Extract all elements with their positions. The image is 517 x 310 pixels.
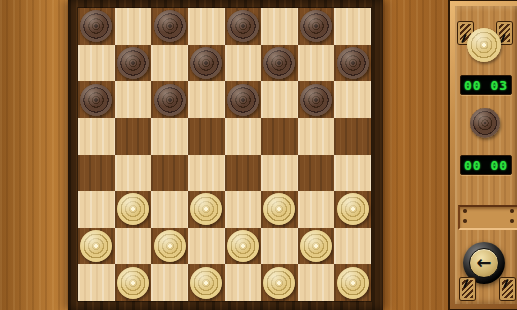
light-piece[interactable]	[227, 230, 259, 262]
square-g7[interactable]	[298, 45, 335, 82]
square-c3[interactable]	[151, 191, 188, 228]
light-piece[interactable]	[300, 230, 332, 262]
square-a3[interactable]	[78, 191, 115, 228]
dark-piece[interactable]	[337, 47, 369, 79]
light-piece[interactable]	[154, 230, 186, 262]
square-g8[interactable]	[298, 8, 335, 45]
square-h1[interactable]	[334, 264, 371, 301]
square-c6[interactable]	[151, 81, 188, 118]
dark-piece[interactable]	[117, 47, 149, 79]
square-b8[interactable]	[115, 8, 152, 45]
dark-piece[interactable]	[263, 47, 295, 79]
square-c7[interactable]	[151, 45, 188, 82]
light-piece[interactable]	[337, 193, 369, 225]
dark-player-indicator-piece	[470, 108, 500, 138]
square-d4[interactable]	[188, 155, 225, 192]
square-e6[interactable]	[225, 81, 262, 118]
light-piece[interactable]	[117, 267, 149, 299]
light-piece[interactable]	[190, 267, 222, 299]
square-e4[interactable]	[225, 155, 262, 192]
square-h5[interactable]	[334, 118, 371, 155]
light-piece[interactable]	[190, 193, 222, 225]
light-piece[interactable]	[80, 230, 112, 262]
square-a8[interactable]	[78, 8, 115, 45]
square-a5[interactable]	[78, 118, 115, 155]
dark-piece[interactable]	[227, 10, 259, 42]
square-e2[interactable]	[225, 228, 262, 265]
square-g5[interactable]	[298, 118, 335, 155]
left-arrow-icon: ←	[469, 248, 499, 278]
square-a2[interactable]	[78, 228, 115, 265]
dark-player-clock: 00 00	[460, 155, 512, 175]
square-h6[interactable]	[334, 81, 371, 118]
checkers-game-screen: 00 03 00 00 ←	[0, 0, 517, 310]
square-g4[interactable]	[298, 155, 335, 192]
square-e8[interactable]	[225, 8, 262, 45]
light-piece[interactable]	[263, 267, 295, 299]
square-d6[interactable]	[188, 81, 225, 118]
dark-piece[interactable]	[80, 84, 112, 116]
dark-piece[interactable]	[80, 10, 112, 42]
square-c2[interactable]	[151, 228, 188, 265]
light-piece[interactable]	[263, 193, 295, 225]
square-a6[interactable]	[78, 81, 115, 118]
square-b1[interactable]	[115, 264, 152, 301]
square-h8[interactable]	[334, 8, 371, 45]
square-a4[interactable]	[78, 155, 115, 192]
square-e7[interactable]	[225, 45, 262, 82]
wooden-clip-icon	[460, 278, 475, 300]
square-f5[interactable]	[261, 118, 298, 155]
square-h4[interactable]	[334, 155, 371, 192]
square-d7[interactable]	[188, 45, 225, 82]
light-piece[interactable]	[117, 193, 149, 225]
square-f6[interactable]	[261, 81, 298, 118]
square-e1[interactable]	[225, 264, 262, 301]
square-d1[interactable]	[188, 264, 225, 301]
square-c1[interactable]	[151, 264, 188, 301]
square-f7[interactable]	[261, 45, 298, 82]
square-d8[interactable]	[188, 8, 225, 45]
dark-piece[interactable]	[154, 10, 186, 42]
square-f4[interactable]	[261, 155, 298, 192]
square-g6[interactable]	[298, 81, 335, 118]
square-c4[interactable]	[151, 155, 188, 192]
square-g3[interactable]	[298, 191, 335, 228]
side-panel: 00 03 00 00 ←	[448, 0, 517, 310]
square-c8[interactable]	[151, 8, 188, 45]
square-e5[interactable]	[225, 118, 262, 155]
dark-piece[interactable]	[300, 84, 332, 116]
light-piece[interactable]	[337, 267, 369, 299]
square-d2[interactable]	[188, 228, 225, 265]
board-grid	[78, 8, 371, 301]
light-player-indicator-piece	[467, 28, 501, 62]
square-a7[interactable]	[78, 45, 115, 82]
square-h2[interactable]	[334, 228, 371, 265]
square-b5[interactable]	[115, 118, 152, 155]
square-b3[interactable]	[115, 191, 152, 228]
square-b6[interactable]	[115, 81, 152, 118]
square-g2[interactable]	[298, 228, 335, 265]
light-player-clock: 00 03	[460, 75, 512, 95]
square-d5[interactable]	[188, 118, 225, 155]
square-h7[interactable]	[334, 45, 371, 82]
dark-piece[interactable]	[154, 84, 186, 116]
dark-piece[interactable]	[300, 10, 332, 42]
square-d3[interactable]	[188, 191, 225, 228]
captured-pieces-tray	[458, 205, 517, 230]
square-b2[interactable]	[115, 228, 152, 265]
square-f3[interactable]	[261, 191, 298, 228]
dark-piece[interactable]	[190, 47, 222, 79]
square-g1[interactable]	[298, 264, 335, 301]
square-b7[interactable]	[115, 45, 152, 82]
square-c5[interactable]	[151, 118, 188, 155]
dark-piece[interactable]	[227, 84, 259, 116]
square-e3[interactable]	[225, 191, 262, 228]
square-a1[interactable]	[78, 264, 115, 301]
square-b4[interactable]	[115, 155, 152, 192]
wooden-clip-icon	[500, 278, 515, 300]
square-f8[interactable]	[261, 8, 298, 45]
square-f2[interactable]	[261, 228, 298, 265]
square-h3[interactable]	[334, 191, 371, 228]
board-frame	[68, 0, 383, 310]
square-f1[interactable]	[261, 264, 298, 301]
